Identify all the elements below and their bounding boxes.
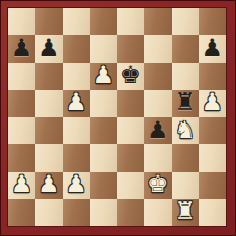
square-c5[interactable]: ♟ [63,90,90,117]
square-c3[interactable] [63,144,90,171]
square-b6[interactable] [35,63,62,90]
square-d7[interactable] [90,35,117,62]
piece-white-rook[interactable]: ♜ [174,199,196,223]
piece-white-king[interactable]: ♚ [147,172,169,196]
piece-black-rook[interactable]: ♜ [174,90,196,114]
square-h1[interactable] [199,199,226,226]
square-h8[interactable] [199,8,226,35]
square-b8[interactable] [35,8,62,35]
square-g1[interactable]: ♜ [172,199,199,226]
board-frame: ♟♟♟♟♚♟♜♟♟♞♟♟♟♚♜ [0,0,236,236]
square-d8[interactable] [90,8,117,35]
square-h4[interactable] [199,117,226,144]
square-e2[interactable] [117,172,144,199]
square-b7[interactable]: ♟ [35,35,62,62]
square-d2[interactable] [90,172,117,199]
piece-white-knight[interactable]: ♞ [174,118,196,142]
square-d5[interactable] [90,90,117,117]
square-b1[interactable] [35,199,62,226]
square-d4[interactable] [90,117,117,144]
square-a3[interactable] [8,144,35,171]
square-f7[interactable] [144,35,171,62]
piece-black-pawn[interactable]: ♟ [202,36,224,60]
square-a6[interactable] [8,63,35,90]
square-c1[interactable] [63,199,90,226]
square-f1[interactable] [144,199,171,226]
square-h3[interactable] [199,144,226,171]
square-e5[interactable] [117,90,144,117]
square-g6[interactable] [172,63,199,90]
square-a4[interactable] [8,117,35,144]
square-f6[interactable] [144,63,171,90]
square-e1[interactable] [117,199,144,226]
square-h5[interactable]: ♟ [199,90,226,117]
piece-white-pawn[interactable]: ♟ [93,63,115,87]
square-b2[interactable]: ♟ [35,172,62,199]
square-c4[interactable] [63,117,90,144]
square-c6[interactable] [63,63,90,90]
square-g4[interactable]: ♞ [172,117,199,144]
piece-white-pawn[interactable]: ♟ [65,90,87,114]
square-b3[interactable] [35,144,62,171]
square-c2[interactable]: ♟ [63,172,90,199]
chess-board: ♟♟♟♟♚♟♜♟♟♞♟♟♟♚♜ [8,8,226,226]
square-f4[interactable]: ♟ [144,117,171,144]
square-e7[interactable] [117,35,144,62]
piece-black-pawn[interactable]: ♟ [38,36,60,60]
square-d1[interactable] [90,199,117,226]
square-a5[interactable] [8,90,35,117]
square-g7[interactable] [172,35,199,62]
piece-white-pawn[interactable]: ♟ [65,172,87,196]
square-h2[interactable] [199,172,226,199]
square-f8[interactable] [144,8,171,35]
square-c8[interactable] [63,8,90,35]
square-e3[interactable] [117,144,144,171]
square-b5[interactable] [35,90,62,117]
square-g5[interactable]: ♜ [172,90,199,117]
square-g3[interactable] [172,144,199,171]
square-f5[interactable] [144,90,171,117]
square-g8[interactable] [172,8,199,35]
square-f3[interactable] [144,144,171,171]
piece-white-pawn[interactable]: ♟ [202,90,224,114]
square-e4[interactable] [117,117,144,144]
square-a7[interactable]: ♟ [8,35,35,62]
square-a1[interactable] [8,199,35,226]
square-a8[interactable] [8,8,35,35]
piece-black-pawn[interactable]: ♟ [147,118,169,142]
square-h7[interactable]: ♟ [199,35,226,62]
square-f2[interactable]: ♚ [144,172,171,199]
piece-black-king[interactable]: ♚ [120,63,142,87]
square-a2[interactable]: ♟ [8,172,35,199]
square-e8[interactable] [117,8,144,35]
square-e6[interactable]: ♚ [117,63,144,90]
square-b4[interactable] [35,117,62,144]
square-d3[interactable] [90,144,117,171]
square-c7[interactable] [63,35,90,62]
square-d6[interactable]: ♟ [90,63,117,90]
piece-white-pawn[interactable]: ♟ [38,172,60,196]
square-h6[interactable] [199,63,226,90]
piece-white-pawn[interactable]: ♟ [11,172,33,196]
piece-black-pawn[interactable]: ♟ [11,36,33,60]
square-g2[interactable] [172,172,199,199]
